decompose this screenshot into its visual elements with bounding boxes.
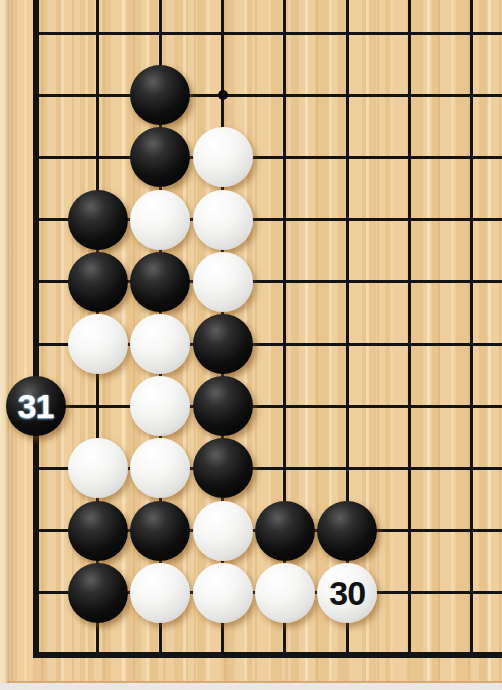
black-stone	[130, 127, 190, 187]
go-board[interactable]: 3130	[0, 0, 502, 683]
black-stone	[68, 563, 128, 623]
move-number-label: 31	[18, 389, 54, 423]
board-left-bevel-edge	[0, 0, 9, 683]
grid-line-horizontal	[33, 94, 502, 97]
white-stone	[130, 190, 190, 250]
white-stone	[130, 563, 190, 623]
white-stone	[193, 501, 253, 561]
white-stone	[68, 438, 128, 498]
grid-line-vertical	[408, 0, 411, 658]
black-stone	[130, 252, 190, 312]
black-stone	[255, 501, 315, 561]
grid-line-horizontal	[33, 405, 502, 408]
black-stone	[317, 501, 377, 561]
white-stone	[193, 127, 253, 187]
grid-line-horizontal	[33, 32, 502, 35]
white-stone-move-30: 30	[317, 563, 377, 623]
grid-line-vertical	[470, 0, 473, 658]
white-stone	[68, 314, 128, 374]
move-number-label: 30	[329, 576, 365, 610]
black-stone	[193, 314, 253, 374]
black-stone	[193, 376, 253, 436]
star-point	[218, 90, 228, 100]
white-stone	[130, 438, 190, 498]
black-stone	[68, 190, 128, 250]
white-stone	[130, 376, 190, 436]
white-stone	[193, 190, 253, 250]
board-left-edge-line	[33, 0, 39, 658]
grid-line-horizontal	[33, 156, 502, 159]
black-stone	[68, 252, 128, 312]
white-stone	[255, 563, 315, 623]
black-stone	[130, 501, 190, 561]
white-stone	[130, 314, 190, 374]
white-stone	[193, 563, 253, 623]
black-stone-move-31: 31	[6, 376, 66, 436]
page-background-strip	[0, 683, 502, 690]
black-stone	[193, 438, 253, 498]
white-stone	[193, 252, 253, 312]
board-bottom-edge-line	[33, 652, 502, 658]
black-stone	[130, 65, 190, 125]
go-board-scene: 3130	[0, 0, 502, 690]
black-stone	[68, 501, 128, 561]
